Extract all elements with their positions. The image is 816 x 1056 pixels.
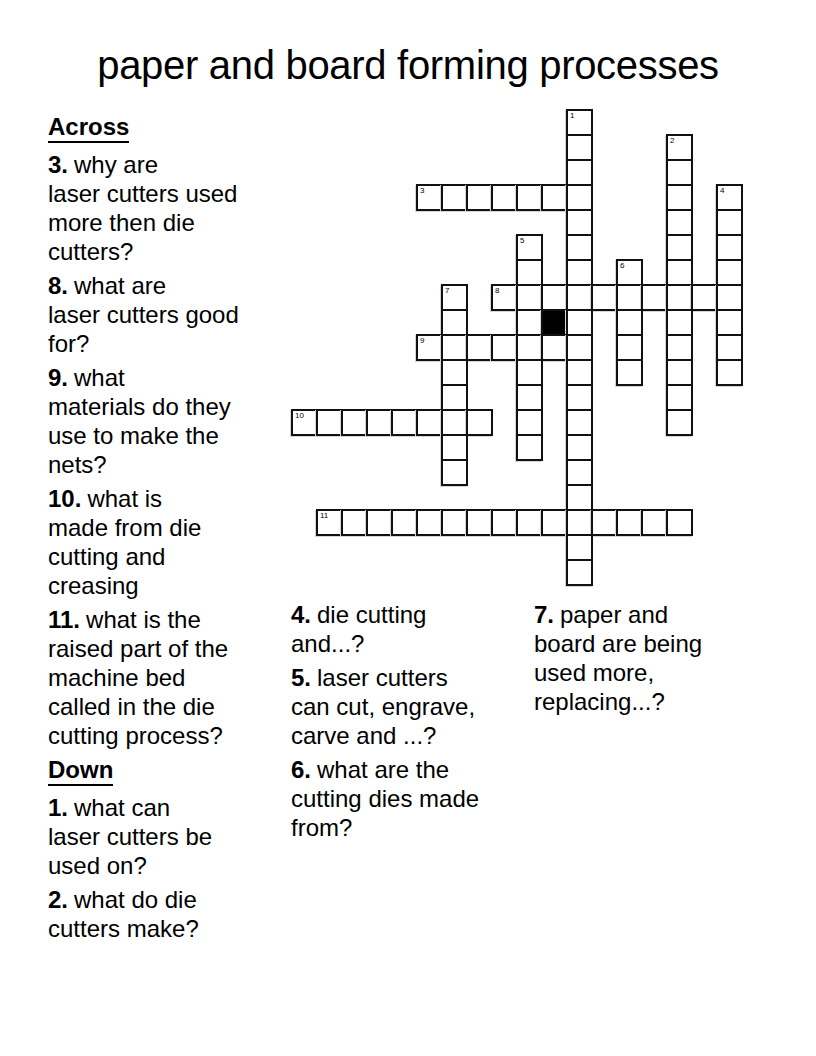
grid-cell[interactable] — [341, 409, 368, 436]
grid-cell[interactable] — [366, 509, 393, 536]
grid-cell[interactable] — [541, 284, 568, 311]
grid-cell[interactable] — [716, 259, 743, 286]
grid-cell[interactable] — [566, 309, 593, 336]
grid-cell[interactable] — [441, 184, 468, 211]
cell-number: 1 — [570, 111, 574, 121]
clue-number: 2. — [48, 886, 68, 913]
clue-down-1: 1.what can laser cutters be used on? — [48, 793, 286, 880]
grid-cell[interactable] — [441, 334, 468, 361]
clue-across-3: 3.why are laser cutters used more then d… — [48, 150, 286, 266]
grid-cell[interactable] — [466, 509, 493, 536]
grid-cell[interactable] — [391, 409, 418, 436]
grid-cell[interactable] — [666, 409, 693, 436]
grid-cell[interactable] — [666, 384, 693, 411]
clue-number: 10. — [48, 485, 81, 512]
clue-number: 6. — [291, 756, 311, 783]
grid-cell[interactable] — [566, 159, 593, 186]
clue-text: what do die cutters make? — [48, 886, 199, 942]
clue-text: what are laser cutters good for? — [48, 272, 239, 357]
black-cell — [541, 309, 568, 336]
grid-cell[interactable] — [491, 509, 518, 536]
grid-cell[interactable]: 1 — [566, 109, 593, 136]
grid-cell[interactable] — [566, 334, 593, 361]
grid-cell[interactable] — [441, 509, 468, 536]
grid-cell[interactable] — [666, 359, 693, 386]
grid-cell[interactable] — [691, 284, 718, 311]
clue-across-10: 10.what is made from die cutting and cre… — [48, 484, 286, 600]
grid-cell[interactable] — [541, 184, 568, 211]
grid-cell[interactable] — [516, 184, 543, 211]
grid-cell[interactable] — [566, 534, 593, 561]
across-heading: Across — [48, 112, 286, 143]
grid-cell[interactable] — [666, 159, 693, 186]
grid-cell[interactable] — [516, 434, 543, 461]
grid-cell[interactable]: 5 — [516, 234, 543, 261]
clue-column-middle: 4.die cutting and...? 5.laser cutters ca… — [291, 600, 533, 847]
grid-cell[interactable] — [716, 209, 743, 236]
grid-cell[interactable] — [566, 559, 593, 586]
clue-number: 9. — [48, 364, 68, 391]
grid-cell[interactable] — [591, 284, 618, 311]
grid-cell[interactable]: 3 — [416, 184, 443, 211]
grid-cell[interactable] — [566, 359, 593, 386]
grid-cell[interactable] — [716, 234, 743, 261]
clue-down-4: 4.die cutting and...? — [291, 600, 533, 658]
grid-cell[interactable] — [666, 334, 693, 361]
grid-cell[interactable] — [516, 359, 543, 386]
clue-text: what are the cutting dies made from? — [291, 756, 479, 841]
grid-cell[interactable] — [566, 434, 593, 461]
grid-cell[interactable] — [316, 409, 343, 436]
clue-text: die cutting and...? — [291, 601, 426, 657]
grid-cell[interactable] — [616, 509, 643, 536]
cell-number: 9 — [420, 336, 424, 346]
grid-cell[interactable] — [341, 509, 368, 536]
grid-cell[interactable] — [616, 309, 643, 336]
clue-down-7: 7.paper and board are being used more, r… — [534, 600, 749, 716]
grid-cell[interactable] — [441, 384, 468, 411]
grid-cell[interactable] — [666, 184, 693, 211]
grid-cell[interactable] — [716, 359, 743, 386]
grid-cell[interactable] — [666, 509, 693, 536]
grid-cell[interactable] — [391, 509, 418, 536]
grid-cell[interactable] — [516, 259, 543, 286]
grid-cell[interactable] — [566, 284, 593, 311]
grid-cell[interactable] — [566, 409, 593, 436]
grid-cell[interactable] — [416, 409, 443, 436]
grid-cell[interactable] — [566, 484, 593, 511]
clue-number: 5. — [291, 664, 311, 691]
grid-cell[interactable]: 8 — [491, 284, 518, 311]
grid-cell[interactable] — [441, 409, 468, 436]
cell-number: 2 — [670, 136, 674, 146]
clue-across-9: 9.what materials do they use to make the… — [48, 363, 286, 479]
grid-cell[interactable] — [641, 284, 668, 311]
cell-number: 11 — [320, 511, 328, 521]
clue-column-left: Across 3.why are laser cutters used more… — [48, 112, 286, 948]
clue-number: 3. — [48, 151, 68, 178]
grid-cell[interactable] — [666, 284, 693, 311]
grid-cell[interactable] — [616, 284, 643, 311]
grid-cell[interactable] — [516, 334, 543, 361]
cell-number: 7 — [445, 286, 449, 296]
clue-down-6: 6.what are the cutting dies made from? — [291, 755, 533, 842]
clue-column-right: 7.paper and board are being used more, r… — [534, 600, 749, 721]
grid-cell[interactable]: 2 — [666, 134, 693, 161]
clue-number: 7. — [534, 601, 554, 628]
grid-cell[interactable]: 11 — [316, 509, 343, 536]
grid-cell[interactable] — [566, 184, 593, 211]
clue-down-2: 2.what do die cutters make? — [48, 885, 286, 943]
grid-cell[interactable] — [566, 459, 593, 486]
grid-cell[interactable] — [441, 359, 468, 386]
grid-cell[interactable]: 4 — [716, 184, 743, 211]
grid-cell[interactable] — [491, 334, 518, 361]
grid-cell[interactable] — [666, 234, 693, 261]
grid-cell[interactable] — [416, 509, 443, 536]
clue-number: 1. — [48, 794, 68, 821]
down-heading: Down — [48, 755, 286, 786]
grid-cell[interactable] — [491, 184, 518, 211]
grid-cell[interactable] — [716, 284, 743, 311]
grid-cell[interactable] — [441, 434, 468, 461]
grid-cell[interactable] — [466, 409, 493, 436]
grid-cell[interactable] — [541, 334, 568, 361]
grid-cell[interactable] — [516, 284, 543, 311]
cell-number: 5 — [520, 236, 524, 246]
grid-cell[interactable] — [366, 409, 393, 436]
grid-cell[interactable] — [541, 509, 568, 536]
clue-number: 11. — [48, 606, 80, 633]
clue-text: what can laser cutters be used on? — [48, 794, 212, 879]
clue-text: laser cutters can cut, engrave, carve an… — [291, 664, 475, 749]
clue-text: paper and board are being used more, rep… — [534, 601, 702, 715]
cell-number: 3 — [420, 186, 424, 196]
grid-cell[interactable]: 10 — [291, 409, 318, 436]
grid-cell[interactable] — [616, 359, 643, 386]
clue-text: why are laser cutters used more then die… — [48, 151, 237, 265]
clue-across-8: 8.what are laser cutters good for? — [48, 271, 286, 358]
grid-cell[interactable] — [666, 259, 693, 286]
grid-cell[interactable] — [516, 309, 543, 336]
grid-cell[interactable] — [566, 234, 593, 261]
grid-cell[interactable] — [566, 509, 593, 536]
grid-cell[interactable] — [616, 334, 643, 361]
clue-text: what materials do they use to make the n… — [48, 364, 231, 478]
grid-cell[interactable]: 9 — [416, 334, 443, 361]
grid-cell[interactable] — [666, 309, 693, 336]
cell-number: 8 — [495, 286, 499, 296]
grid-cell[interactable] — [716, 309, 743, 336]
crossword-grid: 1234567891011 — [291, 109, 744, 587]
grid-cell[interactable] — [516, 409, 543, 436]
grid-cell[interactable] — [716, 334, 743, 361]
grid-cell[interactable]: 6 — [616, 259, 643, 286]
grid-cell[interactable] — [591, 509, 618, 536]
grid-cell[interactable] — [641, 509, 668, 536]
grid-cell[interactable] — [441, 309, 468, 336]
clue-across-11: 11.what is the raised part of the machin… — [48, 605, 286, 750]
cell-number: 4 — [720, 186, 724, 196]
grid-cell[interactable]: 7 — [441, 284, 468, 311]
grid-cell[interactable] — [516, 509, 543, 536]
clue-number: 8. — [48, 272, 68, 299]
grid-cell[interactable] — [466, 334, 493, 361]
grid-cell[interactable] — [566, 259, 593, 286]
grid-cell[interactable] — [666, 209, 693, 236]
grid-cell[interactable] — [441, 459, 468, 486]
cell-number: 6 — [620, 261, 624, 271]
grid-cell[interactable] — [566, 209, 593, 236]
clue-down-5: 5.laser cutters can cut, engrave, carve … — [291, 663, 533, 750]
cell-number: 10 — [295, 411, 304, 421]
grid-cell[interactable] — [466, 184, 493, 211]
grid-cell[interactable] — [516, 384, 543, 411]
clue-number: 4. — [291, 601, 311, 628]
grid-cell[interactable] — [566, 384, 593, 411]
grid-cell[interactable] — [566, 134, 593, 161]
puzzle-title: paper and board forming processes — [0, 42, 816, 88]
